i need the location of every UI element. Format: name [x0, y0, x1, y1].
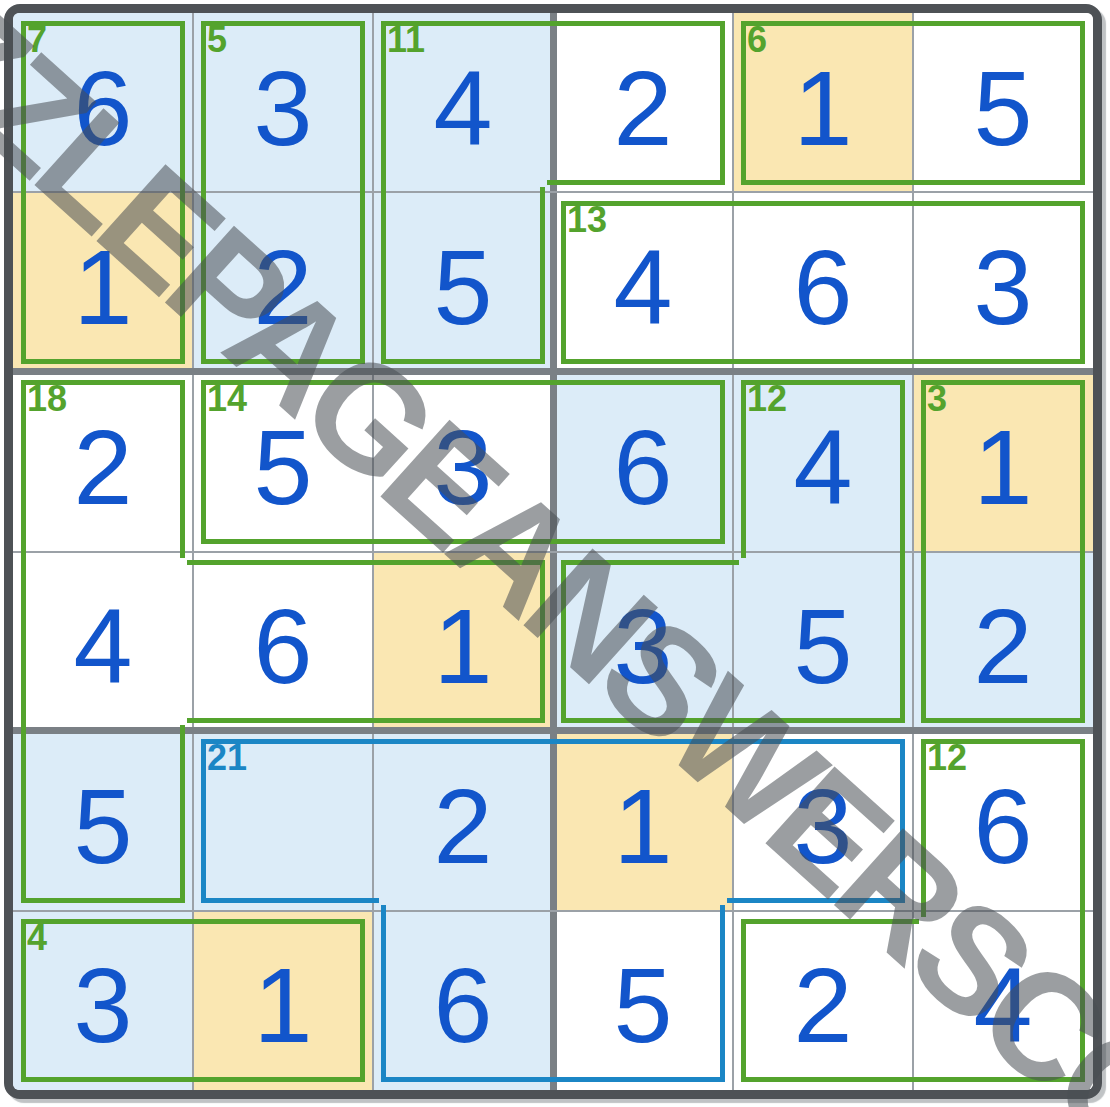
cage-border-segment: [547, 1077, 725, 1082]
cage-border-segment: [187, 1077, 365, 1082]
cage-border-segment: [367, 718, 545, 723]
cell-r1c4[interactable]: 2: [553, 13, 733, 193]
cage-border-segment: [741, 1077, 919, 1082]
cage-border-segment: [921, 546, 926, 724]
cell-digit: 6: [254, 583, 313, 699]
cell-digit: 6: [434, 942, 493, 1058]
cell-digit: 1: [434, 583, 493, 699]
cage-border-segment: [547, 539, 725, 544]
cell-r6c6[interactable]: 4: [913, 911, 1093, 1091]
cell-r2c1[interactable]: 1: [13, 193, 193, 373]
cage-border-segment: [187, 919, 365, 924]
cell-r3c6[interactable]: 31: [913, 372, 1093, 552]
cell-digit: 2: [614, 45, 673, 161]
cage-border-segment: [907, 201, 1085, 206]
cell-r5c1[interactable]: 5: [13, 731, 193, 911]
cage-border-segment: [561, 560, 739, 565]
cage-border-segment: [540, 560, 545, 724]
cell-digit: 6: [794, 224, 853, 340]
cage-border-segment: [907, 180, 1085, 185]
cell-r4c1[interactable]: 4: [13, 552, 193, 732]
cage-border-segment: [921, 380, 926, 558]
cage-sum-label: 7: [27, 22, 47, 58]
killer-sudoku-screenshot: 7653114261512513463182145361243146135252…: [0, 0, 1110, 1107]
cage-border-segment: [21, 359, 185, 364]
cage-border-segment: [900, 546, 905, 724]
cage-border-segment: [900, 739, 905, 903]
cage-border-segment: [201, 187, 206, 365]
cage-border-segment: [360, 187, 365, 365]
cell-r1c1[interactable]: 76: [13, 13, 193, 193]
cage-border-segment: [21, 380, 26, 558]
cell-digit: 3: [254, 45, 313, 161]
cell-r5c2[interactable]: 21: [193, 731, 373, 911]
cage-border-segment: [201, 539, 379, 544]
cage-border-segment: [1080, 21, 1085, 185]
cage-border-segment: [907, 1077, 1085, 1082]
cell-digit: 5: [434, 224, 493, 340]
cell-digit: 2: [974, 583, 1033, 699]
grid-line-horizontal: [13, 727, 1093, 734]
cell-r3c2[interactable]: 145: [193, 372, 373, 552]
cell-digit: 1: [614, 763, 673, 879]
cell-digit: 3: [74, 942, 133, 1058]
cage-sum-label: 12: [927, 740, 967, 776]
cage-border-segment: [201, 898, 379, 903]
cage-border-segment: [727, 359, 919, 364]
cage-border-segment: [21, 546, 26, 738]
cage-border-segment: [741, 919, 919, 924]
cage-border-segment: [547, 380, 725, 385]
cell-r2c6[interactable]: 3: [913, 193, 1093, 373]
cage-border-segment: [900, 380, 905, 558]
cage-border-segment: [360, 919, 365, 1083]
cage-border-segment: [720, 21, 725, 185]
cell-r4c2[interactable]: 6: [193, 552, 373, 732]
cell-digit: 5: [74, 763, 133, 879]
cell-digit: 1: [974, 404, 1033, 520]
cage-border-segment: [921, 718, 1085, 723]
cage-border-segment: [21, 898, 185, 903]
cage-border-segment: [727, 739, 905, 744]
cell-digit: 2: [434, 763, 493, 879]
cage-sum-label: 3: [927, 381, 947, 417]
cage-border-segment: [547, 180, 725, 185]
cell-digit: 4: [794, 404, 853, 520]
cage-border-segment: [187, 560, 379, 565]
cell-digit: 6: [974, 763, 1033, 879]
grid-line-horizontal: [13, 551, 1093, 553]
cell-r3c3[interactable]: 3: [373, 372, 553, 552]
cell-digit: 3: [434, 404, 493, 520]
cell-r2c3[interactable]: 5: [373, 193, 553, 373]
sudoku-board: 7653114261512513463182145361243146135252…: [4, 4, 1102, 1099]
cage-border-segment: [741, 380, 746, 558]
cell-r5c4[interactable]: 1: [553, 731, 733, 911]
cell-digit: 4: [974, 942, 1033, 1058]
cell-r6c4[interactable]: 5: [553, 911, 733, 1091]
cage-border-segment: [1080, 739, 1085, 917]
cage-sum-label: 21: [207, 740, 247, 776]
cell-digit: 4: [434, 45, 493, 161]
cage-border-segment: [720, 380, 725, 544]
cage-border-segment: [561, 560, 566, 724]
cage-border-segment: [367, 380, 559, 385]
cell-digit: 3: [794, 763, 853, 879]
cell-r1c3[interactable]: 114: [373, 13, 553, 193]
cell-digit: 5: [254, 404, 313, 520]
cage-border-segment: [907, 21, 1085, 26]
cell-r5c5[interactable]: 3: [733, 731, 913, 911]
cage-border-segment: [21, 725, 26, 903]
cage-border-segment: [201, 739, 206, 903]
cell-r3c4[interactable]: 6: [553, 372, 733, 552]
cell-r1c2[interactable]: 53: [193, 13, 373, 193]
cage-border-segment: [907, 359, 1085, 364]
cage-border-segment: [561, 359, 739, 364]
cage-sum-label: 11: [387, 22, 425, 58]
cage-border-segment: [1080, 905, 1085, 1083]
cell-digit: 4: [74, 583, 133, 699]
cell-r4c5[interactable]: 5: [733, 552, 913, 732]
cage-sum-label: 4: [27, 920, 47, 956]
cage-border-segment: [21, 21, 26, 199]
cage-border-segment: [367, 539, 559, 544]
cell-r4c6[interactable]: 2: [913, 552, 1093, 732]
cage-border-segment: [21, 919, 199, 924]
cell-r5c3[interactable]: 2: [373, 731, 553, 911]
cage-border-segment: [727, 898, 905, 903]
cage-sum-label: 18: [27, 381, 67, 417]
cage-border-segment: [187, 718, 379, 723]
cage-border-segment: [367, 739, 559, 744]
cell-digit: 6: [74, 45, 133, 161]
cell-digit: 3: [614, 583, 673, 699]
cage-border-segment: [727, 718, 905, 723]
cell-r4c3[interactable]: 1: [373, 552, 553, 732]
cell-digit: 2: [254, 224, 313, 340]
cage-border-segment: [381, 21, 386, 199]
cell-r2c2[interactable]: 2: [193, 193, 373, 373]
cage-border-segment: [921, 739, 926, 917]
cell-digit: 1: [794, 45, 853, 161]
cage-border-segment: [1080, 201, 1085, 365]
cell-r6c3[interactable]: 6: [373, 911, 553, 1091]
cell-digit: 5: [794, 583, 853, 699]
board-play-area: 7653114261512513463182145361243146135252…: [13, 13, 1093, 1090]
cage-border-segment: [367, 560, 545, 565]
cell-r6c5[interactable]: 2: [733, 911, 913, 1091]
cage-sum-label: 14: [207, 381, 247, 417]
cell-digit: 5: [974, 45, 1033, 161]
cage-border-segment: [381, 1077, 559, 1082]
cell-r2c4[interactable]: 134: [553, 193, 733, 373]
cage-border-segment: [720, 905, 725, 1083]
cell-digit: 1: [74, 224, 133, 340]
cell-digit: 3: [974, 224, 1033, 340]
cage-sum-label: 5: [207, 22, 227, 58]
grid-line-horizontal: [13, 368, 1093, 375]
cage-sum-label: 13: [567, 202, 607, 238]
cell-r6c1[interactable]: 43: [13, 911, 193, 1091]
grid-line-horizontal: [13, 191, 1093, 193]
cage-border-segment: [741, 21, 919, 26]
cage-border-segment: [381, 359, 545, 364]
cage-border-segment: [21, 1077, 199, 1082]
cell-r1c5[interactable]: 61: [733, 13, 913, 193]
grid-line-horizontal: [13, 910, 1093, 912]
cell-digit: 6: [614, 404, 673, 520]
cell-r5c6[interactable]: 126: [913, 731, 1093, 911]
cage-border-segment: [381, 187, 386, 365]
cell-r1c6[interactable]: 5: [913, 13, 1093, 193]
cage-border-segment: [540, 187, 545, 365]
cell-r3c5[interactable]: 124: [733, 372, 913, 552]
cage-border-segment: [547, 739, 739, 744]
cage-sum-label: 6: [747, 22, 767, 58]
cell-digit: 5: [614, 942, 673, 1058]
cage-border-segment: [180, 187, 185, 365]
cage-border-segment: [741, 919, 746, 1083]
cage-border-segment: [180, 21, 185, 199]
cage-border-segment: [21, 187, 26, 365]
cage-border-segment: [21, 919, 26, 1083]
cage-border-segment: [201, 380, 206, 544]
cage-border-segment: [201, 359, 365, 364]
cage-border-segment: [741, 180, 919, 185]
cage-border-segment: [547, 21, 725, 26]
cage-border-segment: [180, 725, 185, 903]
cell-r3c1[interactable]: 182: [13, 372, 193, 552]
cage-border-segment: [360, 21, 365, 199]
cell-digit: 4: [614, 224, 673, 340]
cell-r2c5[interactable]: 6: [733, 193, 913, 373]
cage-sum-label: 12: [747, 381, 787, 417]
cage-border-segment: [381, 905, 386, 1083]
cage-border-segment: [561, 201, 566, 365]
cage-border-segment: [561, 718, 739, 723]
cage-border-segment: [180, 380, 185, 558]
cage-border-segment: [741, 21, 746, 185]
cell-digit: 2: [74, 404, 133, 520]
cage-border-segment: [1080, 546, 1085, 724]
cell-r4c4[interactable]: 3: [553, 552, 733, 732]
cage-border-segment: [727, 201, 919, 206]
cage-border-segment: [1080, 380, 1085, 558]
cell-digit: 2: [794, 942, 853, 1058]
cage-border-segment: [201, 21, 206, 199]
cell-digit: 1: [254, 942, 313, 1058]
cell-r6c2[interactable]: 1: [193, 911, 373, 1091]
